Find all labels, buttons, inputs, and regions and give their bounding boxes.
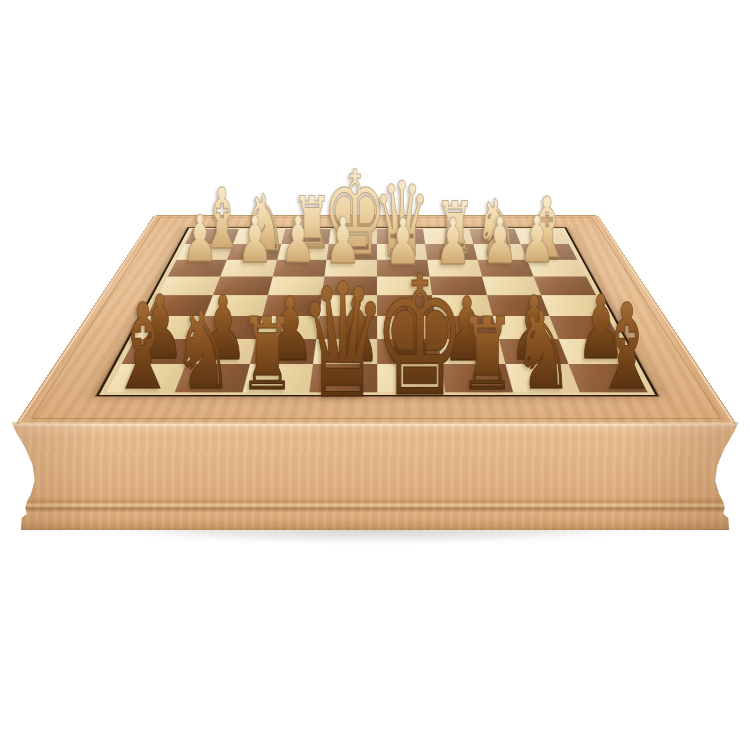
board-square — [432, 295, 492, 316]
board-square — [281, 229, 331, 243]
board-square — [177, 244, 233, 260]
board-square — [425, 244, 477, 260]
board-square — [277, 244, 329, 260]
board-square — [498, 339, 569, 364]
board-square — [135, 316, 205, 339]
board-square — [521, 244, 577, 260]
board-square — [377, 339, 441, 364]
board-square — [327, 244, 377, 260]
board-square — [377, 277, 432, 296]
board-square — [204, 295, 267, 316]
board-square — [310, 364, 378, 392]
board-square — [423, 229, 473, 243]
board-square — [249, 339, 316, 364]
board-square — [429, 277, 486, 296]
board-square — [256, 316, 320, 339]
board-square — [313, 339, 377, 364]
board-square — [487, 295, 550, 316]
board-square — [320, 295, 378, 316]
board-square — [427, 259, 482, 276]
board-square — [185, 339, 256, 364]
board-square — [195, 316, 262, 339]
board-square — [322, 277, 377, 296]
board-square — [174, 364, 249, 392]
board-square — [377, 259, 429, 276]
board-square — [473, 244, 527, 260]
chess-board — [96, 228, 659, 397]
board-square — [527, 259, 586, 276]
board-square — [505, 364, 580, 392]
board-square — [438, 339, 505, 364]
board-square — [233, 229, 285, 243]
board-square — [541, 295, 607, 316]
board-square — [469, 229, 521, 243]
board-square — [377, 229, 425, 243]
board-square — [329, 229, 377, 243]
board-square — [559, 339, 633, 364]
board-squares — [107, 229, 648, 392]
board-square — [482, 277, 542, 296]
board-square — [168, 259, 227, 276]
board-square — [262, 295, 322, 316]
board-square — [220, 259, 277, 276]
board-square — [515, 229, 569, 243]
board-square — [550, 316, 620, 339]
board-square — [325, 259, 377, 276]
board-square — [158, 277, 220, 296]
board-square — [377, 295, 435, 316]
board-square — [147, 295, 213, 316]
board-square — [569, 364, 648, 392]
board-square — [272, 259, 327, 276]
board-square — [377, 316, 438, 339]
board-square — [267, 277, 324, 296]
board-square — [242, 364, 313, 392]
board-square — [477, 259, 534, 276]
board-square — [435, 316, 499, 339]
board-square — [227, 244, 281, 260]
board-square — [213, 277, 273, 296]
product-photo: ♝♞♜♚♛♜♞♝♟♟♟♟♟♟♟♟♟♟♟♟♟♟♟♟♝♞♜♛♚♜♞♝ — [0, 0, 750, 750]
board-square — [534, 277, 596, 296]
board-square — [377, 364, 445, 392]
board-square — [122, 339, 196, 364]
board-square — [185, 229, 239, 243]
chess-box-top — [15, 215, 737, 424]
board-square — [317, 316, 378, 339]
board-square — [492, 316, 559, 339]
chess-box-front-molding — [10, 422, 740, 530]
board-square — [377, 244, 427, 260]
board-square — [107, 364, 186, 392]
board-square — [441, 364, 512, 392]
box-top-frame — [15, 215, 737, 424]
